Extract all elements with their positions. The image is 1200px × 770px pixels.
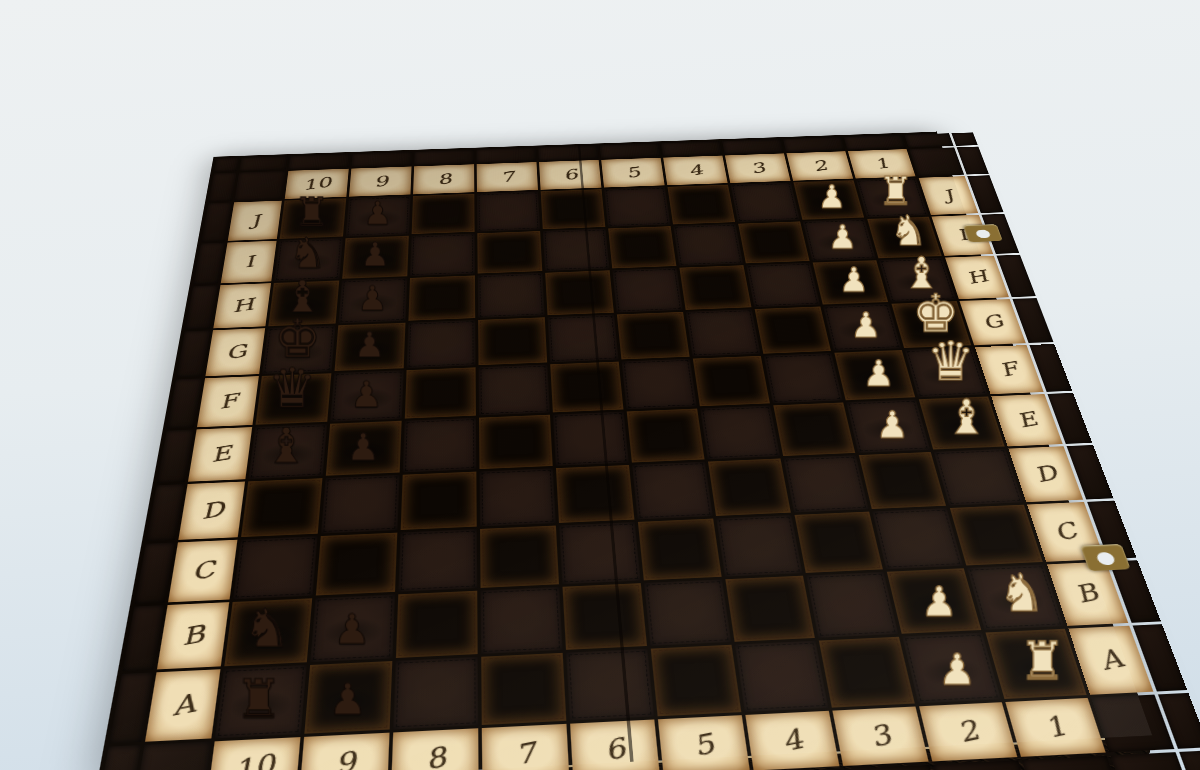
- square-C5[interactable]: [638, 519, 722, 581]
- frame-corner-cell: [234, 171, 285, 201]
- square-D9[interactable]: [321, 475, 400, 534]
- rank-label-D: D: [1029, 461, 1063, 487]
- square-A4[interactable]: [735, 641, 828, 712]
- coordinate-cell: 10: [207, 737, 300, 770]
- square-I8[interactable]: [410, 233, 475, 276]
- brass-hinge-icon-upper: [963, 224, 1003, 242]
- square-I5[interactable]: [608, 226, 676, 268]
- file-label-8: 8: [435, 171, 453, 188]
- dark-pawn-A9[interactable]: ♟: [328, 678, 367, 721]
- square-D1[interactable]: [934, 449, 1023, 506]
- square-E10[interactable]: ♝: [249, 424, 328, 479]
- frame-corner-cell: [909, 147, 964, 176]
- frame-edge-cell: [538, 145, 598, 160]
- square-I9[interactable]: ♟: [342, 236, 409, 279]
- dark-pawn-B9[interactable]: ♟: [333, 609, 370, 651]
- square-H6[interactable]: [545, 270, 614, 315]
- square-B7[interactable]: [481, 587, 563, 654]
- square-G7[interactable]: [478, 317, 547, 365]
- rank-label-G: G: [224, 341, 247, 363]
- coordinate-cell: E: [188, 427, 252, 482]
- square-H3[interactable]: [746, 263, 820, 307]
- dark-bishop-E10[interactable]: ♝: [265, 422, 308, 470]
- square-C3[interactable]: [795, 512, 883, 573]
- rank-label-E: E: [210, 441, 232, 466]
- white-pawn-H2[interactable]: ♟: [839, 263, 869, 297]
- scene: 10987654321J♜♟♟♜JI♞♟♟♞IH♝♟♟♝HG♚♟♟♚GF♛♟♟♛…: [0, 0, 1200, 770]
- white-pawn-B2[interactable]: ♟: [921, 582, 958, 623]
- white-knight-I1[interactable]: ♞: [890, 210, 928, 252]
- square-A5[interactable]: [651, 645, 742, 717]
- rank-label-J: J: [249, 212, 261, 229]
- file-label-2: 2: [809, 157, 831, 174]
- rank-label-D: D: [200, 497, 225, 524]
- square-I4[interactable]: [673, 224, 743, 266]
- coordinate-cell: 1: [1005, 698, 1105, 757]
- square-C7[interactable]: [480, 526, 559, 588]
- square-F8[interactable]: [405, 367, 476, 418]
- file-label-6: 6: [560, 166, 580, 183]
- square-E3[interactable]: [773, 402, 855, 456]
- frame-edge-cell: [185, 285, 217, 329]
- white-pawn-F2[interactable]: ♟: [863, 356, 895, 392]
- rank-label-A: A: [171, 688, 196, 721]
- square-D8[interactable]: [401, 472, 477, 530]
- coordinate-cell: 8: [391, 728, 479, 770]
- rank-label-F: F: [218, 390, 239, 413]
- file-label-3: 3: [747, 160, 768, 177]
- square-C6[interactable]: [559, 522, 640, 584]
- coordinate-cell: H: [213, 283, 271, 328]
- frame-edge-cell: [201, 202, 231, 241]
- square-F2[interactable]: ♟: [834, 350, 915, 400]
- square-G3[interactable]: [755, 306, 831, 353]
- square-A10[interactable]: ♜: [215, 665, 307, 738]
- square-A9[interactable]: ♟: [304, 661, 392, 734]
- white-queen-F1[interactable]: ♛: [927, 335, 975, 389]
- square-G6[interactable]: [548, 315, 619, 363]
- square-I3[interactable]: [738, 221, 809, 263]
- coordinate-cell: G: [205, 328, 265, 376]
- square-I7[interactable]: [477, 231, 542, 274]
- square-C8[interactable]: [398, 529, 477, 592]
- coordinate-cell: 7: [477, 162, 538, 192]
- square-A3[interactable]: [819, 637, 915, 708]
- square-J6[interactable]: [541, 189, 606, 229]
- dark-knight-B10[interactable]: ♞: [243, 601, 291, 655]
- square-D4[interactable]: [708, 458, 791, 516]
- frame-edge-cell: [157, 430, 193, 483]
- coordinate-cell: C: [168, 540, 237, 603]
- file-label-5: 5: [623, 164, 643, 181]
- coordinate-cell: A: [145, 669, 220, 742]
- dark-knight-I10[interactable]: ♞: [288, 232, 326, 274]
- frame-edge-cell: [661, 141, 722, 156]
- dark-pawn-E9[interactable]: ♟: [346, 429, 380, 467]
- dark-queen-F10[interactable]: ♛: [268, 362, 317, 417]
- frame-edge-cell: [1110, 752, 1185, 770]
- coordinate-cell: 3: [832, 706, 928, 766]
- square-B6[interactable]: [563, 583, 647, 650]
- square-F4[interactable]: [693, 356, 770, 406]
- white-pawn-I2[interactable]: ♟: [828, 221, 857, 254]
- file-label-10: 10: [233, 748, 277, 770]
- square-D2[interactable]: [859, 452, 946, 509]
- rank-label-A: A: [1092, 644, 1128, 676]
- square-C2[interactable]: [872, 508, 963, 569]
- square-G2[interactable]: ♟: [823, 304, 901, 351]
- frame-edge-cell: [414, 150, 474, 165]
- coordinate-cell: 9: [299, 733, 389, 770]
- square-D3[interactable]: [784, 455, 869, 512]
- frame-edge-cell: [209, 173, 237, 202]
- rank-label-B: B: [182, 620, 206, 651]
- dark-rook-A10[interactable]: ♜: [235, 673, 283, 726]
- square-B3[interactable]: [806, 572, 898, 638]
- coordinate-cell: 5: [658, 715, 750, 770]
- coordinate-cell: B: [157, 602, 229, 669]
- square-E4[interactable]: [700, 405, 780, 459]
- white-pawn-G2[interactable]: ♟: [850, 308, 881, 343]
- dark-pawn-J9[interactable]: ♟: [363, 198, 392, 230]
- square-E6[interactable]: [553, 412, 629, 466]
- frame-edge-cell: [351, 152, 412, 167]
- coordinate-cell: 4: [663, 156, 728, 186]
- square-G5[interactable]: [617, 312, 690, 360]
- square-D10[interactable]: [241, 478, 322, 537]
- frame-corner-cell: [135, 742, 211, 770]
- square-D5[interactable]: [632, 462, 713, 520]
- frame-edge-cell: [289, 154, 350, 169]
- square-A2[interactable]: ♟: [902, 633, 1001, 704]
- file-label-7: 7: [512, 737, 539, 770]
- square-G8[interactable]: [407, 320, 476, 368]
- coordinate-cell: D: [178, 482, 245, 540]
- rank-label-J: J: [939, 187, 958, 204]
- frame-edge-cell: [214, 158, 239, 172]
- square-H4[interactable]: [679, 265, 751, 310]
- square-B10[interactable]: ♞: [224, 598, 312, 666]
- coordinate-cell: I: [221, 241, 277, 284]
- square-H8[interactable]: [408, 275, 475, 320]
- square-B8[interactable]: [396, 591, 478, 658]
- file-label-9: 9: [372, 173, 390, 190]
- white-rook-A1[interactable]: ♜: [1019, 635, 1066, 687]
- coordinate-cell: F: [197, 376, 259, 427]
- coordinate-cell: 7: [482, 724, 570, 770]
- white-knight-B1[interactable]: ♞: [998, 567, 1045, 619]
- frame-edge-cell: [844, 135, 906, 150]
- rank-label-C: C: [1048, 518, 1082, 546]
- square-A6[interactable]: [566, 649, 654, 721]
- frame-edge-cell: [904, 133, 953, 147]
- dark-pawn-H9[interactable]: ♟: [357, 282, 388, 316]
- square-J9[interactable]: ♟: [346, 196, 411, 236]
- square-H5[interactable]: [612, 268, 682, 313]
- square-J3[interactable]: [731, 182, 800, 222]
- square-G4[interactable]: [686, 309, 761, 356]
- square-J2[interactable]: ♟: [793, 180, 864, 220]
- coordinate-cell: 5: [601, 158, 664, 188]
- square-F3[interactable]: [764, 353, 843, 403]
- square-C9[interactable]: [316, 533, 397, 596]
- square-F9[interactable]: ♟: [330, 370, 403, 421]
- frame-edge-cell: [167, 378, 202, 428]
- rank-label-H: H: [231, 295, 255, 316]
- square-H9[interactable]: ♟: [338, 278, 407, 323]
- square-J5[interactable]: [604, 187, 670, 227]
- coordinate-cell: 2: [786, 151, 853, 180]
- square-G9[interactable]: ♟: [335, 323, 406, 371]
- frame-edge-cell: [600, 143, 661, 158]
- rank-label-I: I: [243, 253, 255, 271]
- square-I2[interactable]: ♟: [803, 219, 876, 261]
- rank-label-H: H: [961, 267, 992, 287]
- square-E2[interactable]: ♟: [846, 399, 930, 452]
- dark-pawn-I9[interactable]: ♟: [360, 238, 390, 271]
- square-H7[interactable]: [478, 273, 545, 318]
- white-pawn-A2[interactable]: ♟: [938, 649, 976, 692]
- square-C1[interactable]: [950, 505, 1043, 566]
- square-E9[interactable]: ♟: [326, 421, 402, 476]
- square-B4[interactable]: [725, 576, 815, 642]
- square-A8[interactable]: [393, 657, 478, 730]
- coordinate-cell: 8: [413, 164, 474, 194]
- square-D7[interactable]: [479, 468, 555, 526]
- white-pawn-J2[interactable]: ♟: [818, 181, 847, 213]
- dark-rook-J10[interactable]: ♜: [294, 193, 329, 232]
- square-B5[interactable]: [644, 579, 731, 645]
- coordinate-cell: 6: [539, 160, 601, 190]
- square-J4[interactable]: [667, 185, 735, 225]
- photo-background: { "game": "chess", "scene_description": …: [0, 0, 1200, 770]
- frame-edge-cell: [194, 243, 225, 285]
- rank-label-G: G: [977, 311, 1007, 332]
- square-E8[interactable]: [403, 418, 477, 473]
- square-B2[interactable]: ♟: [887, 568, 981, 634]
- square-C4[interactable]: [716, 515, 802, 577]
- dark-pawn-F9[interactable]: ♟: [350, 377, 383, 413]
- square-E5[interactable]: [627, 409, 705, 463]
- file-label-7: 7: [498, 168, 517, 185]
- square-E1[interactable]: ♝: [919, 396, 1005, 449]
- square-F7[interactable]: [479, 364, 550, 415]
- square-J7[interactable]: [477, 191, 540, 231]
- file-label-9: 9: [333, 746, 358, 770]
- rank-label-E: E: [1011, 408, 1042, 432]
- white-bishop-E1[interactable]: ♝: [946, 394, 988, 441]
- frame-edge-cell: [239, 156, 287, 171]
- coordinate-cell: 4: [745, 711, 839, 770]
- square-A7[interactable]: [481, 653, 566, 725]
- file-label-4: 4: [685, 162, 706, 179]
- square-B9[interactable]: ♟: [310, 594, 395, 662]
- rank-label-C: C: [191, 556, 215, 585]
- coordinate-cell: J: [228, 201, 282, 241]
- board-tilt-wrapper: 10987654321J♜♟♟♜JI♞♟♟♞IH♝♟♟♝HG♚♟♟♚GF♛♟♟♛…: [96, 132, 1152, 770]
- white-pawn-E2[interactable]: ♟: [876, 407, 909, 444]
- coordinate-cell: 2: [919, 702, 1017, 761]
- file-label-8: 8: [422, 741, 448, 770]
- frame-edge-cell: [951, 132, 977, 145]
- square-J8[interactable]: [412, 194, 475, 234]
- frame-edge-cell: [1179, 750, 1200, 770]
- frame-edge-cell: [98, 745, 141, 770]
- frame-edge-cell: [783, 137, 845, 152]
- frame-edge-cell: [477, 148, 537, 163]
- square-H2[interactable]: ♟: [813, 260, 888, 304]
- square-F5[interactable]: [622, 359, 697, 410]
- square-E7[interactable]: [479, 415, 553, 469]
- square-C10[interactable]: [233, 536, 318, 599]
- dark-pawn-G9[interactable]: ♟: [354, 328, 386, 363]
- square-D6[interactable]: [556, 465, 634, 523]
- frame-edge-cell: [176, 330, 210, 377]
- rank-label-B: B: [1070, 579, 1105, 609]
- square-I6[interactable]: [543, 229, 610, 271]
- coordinate-cell: 3: [725, 153, 791, 183]
- frame-edge-cell: [722, 139, 783, 154]
- coordinate-cell: 9: [349, 166, 412, 196]
- square-F6[interactable]: [550, 362, 623, 413]
